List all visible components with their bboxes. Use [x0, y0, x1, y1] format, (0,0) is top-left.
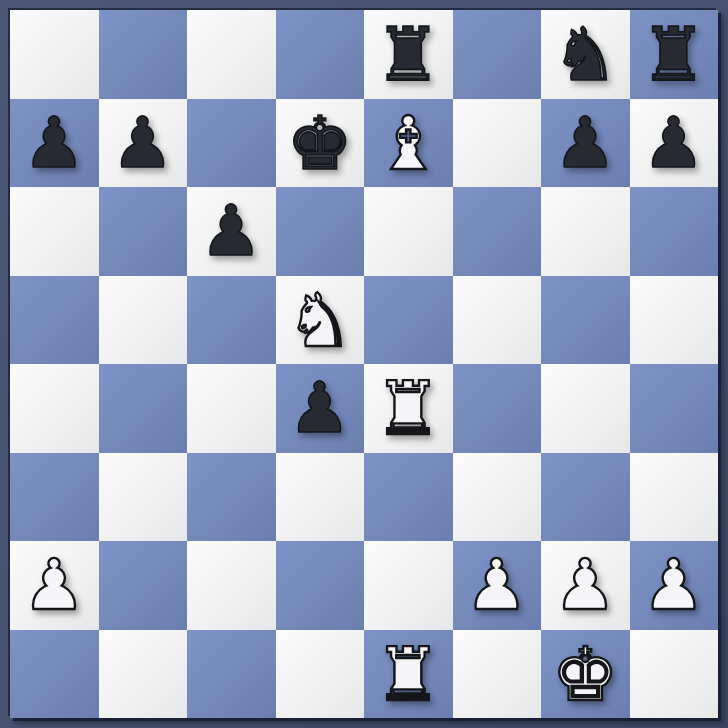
square-d7[interactable]: ♚: [276, 99, 365, 188]
square-e3[interactable]: [364, 453, 453, 542]
square-d6[interactable]: [276, 187, 365, 276]
square-f8[interactable]: [453, 10, 542, 99]
square-e7[interactable]: ♝: [364, 99, 453, 188]
square-c4[interactable]: [187, 364, 276, 453]
square-a6[interactable]: [10, 187, 99, 276]
square-g3[interactable]: [541, 453, 630, 542]
piece-black-pawn[interactable]: ♟: [23, 108, 86, 178]
square-g5[interactable]: [541, 276, 630, 365]
square-c6[interactable]: ♟: [187, 187, 276, 276]
chess-board: ♜♞♜♟♟♚♝♟♟♟♞♟♜♟♟♟♟♜♚: [10, 10, 718, 718]
piece-black-pawn[interactable]: ♟: [111, 108, 174, 178]
square-f6[interactable]: [453, 187, 542, 276]
square-c7[interactable]: [187, 99, 276, 188]
square-e4[interactable]: ♜: [364, 364, 453, 453]
square-g6[interactable]: [541, 187, 630, 276]
square-h4[interactable]: [630, 364, 719, 453]
square-e8[interactable]: ♜: [364, 10, 453, 99]
piece-black-rook[interactable]: ♜: [375, 17, 441, 91]
piece-black-rook[interactable]: ♜: [641, 17, 707, 91]
square-c5[interactable]: [187, 276, 276, 365]
piece-white-rook[interactable]: ♜: [375, 637, 441, 711]
square-h5[interactable]: [630, 276, 719, 365]
piece-black-pawn[interactable]: ♟: [200, 196, 263, 266]
square-a8[interactable]: [10, 10, 99, 99]
square-b1[interactable]: [99, 630, 188, 719]
piece-white-pawn[interactable]: ♟: [642, 550, 705, 620]
piece-white-pawn[interactable]: ♟: [23, 550, 86, 620]
piece-white-king[interactable]: ♚: [552, 637, 618, 711]
square-b6[interactable]: [99, 187, 188, 276]
square-f2[interactable]: ♟: [453, 541, 542, 630]
square-f4[interactable]: [453, 364, 542, 453]
square-a2[interactable]: ♟: [10, 541, 99, 630]
square-c3[interactable]: [187, 453, 276, 542]
square-d1[interactable]: [276, 630, 365, 719]
square-c8[interactable]: [187, 10, 276, 99]
square-c1[interactable]: [187, 630, 276, 719]
square-e6[interactable]: [364, 187, 453, 276]
square-a5[interactable]: [10, 276, 99, 365]
square-a7[interactable]: ♟: [10, 99, 99, 188]
square-h8[interactable]: ♜: [630, 10, 719, 99]
piece-white-pawn[interactable]: ♟: [465, 550, 528, 620]
square-a3[interactable]: [10, 453, 99, 542]
square-f7[interactable]: [453, 99, 542, 188]
square-g8[interactable]: ♞: [541, 10, 630, 99]
square-f3[interactable]: [453, 453, 542, 542]
piece-black-knight[interactable]: ♞: [552, 17, 618, 91]
square-e2[interactable]: [364, 541, 453, 630]
square-d3[interactable]: [276, 453, 365, 542]
square-g1[interactable]: ♚: [541, 630, 630, 719]
square-b7[interactable]: ♟: [99, 99, 188, 188]
piece-black-pawn[interactable]: ♟: [288, 373, 351, 443]
piece-white-bishop[interactable]: ♝: [375, 106, 441, 180]
square-h6[interactable]: [630, 187, 719, 276]
square-a1[interactable]: [10, 630, 99, 719]
piece-black-pawn[interactable]: ♟: [642, 108, 705, 178]
piece-white-pawn[interactable]: ♟: [554, 550, 617, 620]
square-f1[interactable]: [453, 630, 542, 719]
square-c2[interactable]: [187, 541, 276, 630]
square-g2[interactable]: ♟: [541, 541, 630, 630]
square-b4[interactable]: [99, 364, 188, 453]
square-b2[interactable]: [99, 541, 188, 630]
board-frame: ♜♞♜♟♟♚♝♟♟♟♞♟♜♟♟♟♟♜♚: [0, 0, 728, 728]
square-g7[interactable]: ♟: [541, 99, 630, 188]
square-a4[interactable]: [10, 364, 99, 453]
square-g4[interactable]: [541, 364, 630, 453]
piece-black-king[interactable]: ♚: [287, 106, 353, 180]
square-b3[interactable]: [99, 453, 188, 542]
square-d5[interactable]: ♞: [276, 276, 365, 365]
square-d8[interactable]: [276, 10, 365, 99]
square-e5[interactable]: [364, 276, 453, 365]
square-b5[interactable]: [99, 276, 188, 365]
piece-black-pawn[interactable]: ♟: [554, 108, 617, 178]
square-h3[interactable]: [630, 453, 719, 542]
square-e1[interactable]: ♜: [364, 630, 453, 719]
square-h7[interactable]: ♟: [630, 99, 719, 188]
piece-white-knight[interactable]: ♞: [287, 283, 353, 357]
square-d4[interactable]: ♟: [276, 364, 365, 453]
square-b8[interactable]: [99, 10, 188, 99]
square-h1[interactable]: [630, 630, 719, 719]
square-d2[interactable]: [276, 541, 365, 630]
piece-white-rook[interactable]: ♜: [375, 371, 441, 445]
square-h2[interactable]: ♟: [630, 541, 719, 630]
square-f5[interactable]: [453, 276, 542, 365]
